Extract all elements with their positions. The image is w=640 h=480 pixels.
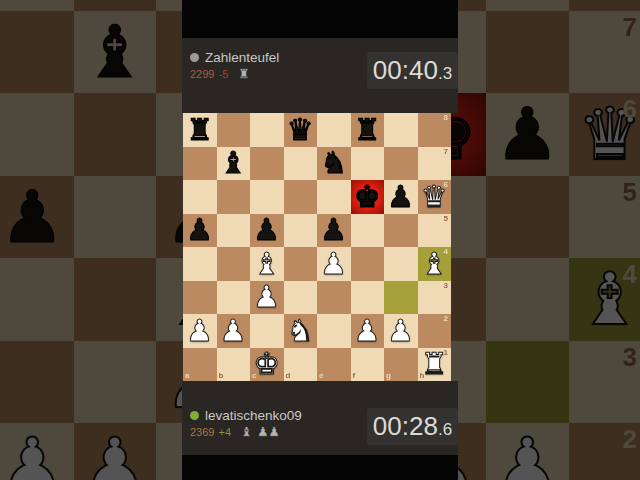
square-c6[interactable] [250,180,284,214]
bg-black-pawn: ♟ [0,181,65,253]
file-label-g: g [386,372,391,380]
square-a6[interactable] [183,180,217,214]
bg-square-a3 [0,341,74,424]
top-clock: 00:40.3 [367,52,458,89]
square-a8[interactable]: ♜ [183,113,217,147]
square-e6[interactable] [317,180,351,214]
square-d6[interactable] [284,180,318,214]
square-a3[interactable] [183,281,217,315]
black-knight: ♞ [320,148,347,178]
bg-square-a6 [0,93,74,176]
file-label-c: c [252,372,256,380]
game-column: Zahlenteufel 2299 -5 ♜ 00:40.3 ♜♛♜8♝♞7♚♟… [182,0,458,480]
square-a2[interactable]: ♟ [183,314,217,348]
captured-pieces: ♝♟♟ [241,426,280,439]
white-pawn: ♟ [387,316,414,346]
chess-app: ♜♛♜8♝♞7♚♟♛6♟♟♟5♝♟♝4♟3♟♟♞♟♟2ab♚cdefg♜1h Z… [0,0,640,480]
square-g6[interactable]: ♟ [384,180,418,214]
bg-black-bishop: ♝ [82,16,147,88]
black-king: ♚ [354,182,381,212]
player-name[interactable]: levatischenko09 [205,408,302,423]
black-pawn: ♟ [320,215,347,245]
rank-label-6: 6 [444,181,448,189]
square-b8[interactable] [217,113,251,147]
bg-square-b4 [74,258,157,341]
rank-label-1: 1 [444,349,448,357]
square-f8[interactable]: ♜ [351,113,385,147]
black-pawn: ♟ [186,215,213,245]
bottom-player-panel: levatischenko09 2369 +4 ♝♟♟ 00:28.6 [182,381,458,455]
square-a7[interactable] [183,147,217,181]
square-g5[interactable] [384,214,418,248]
bg-square-h4: ♝4 [569,258,640,341]
player-name[interactable]: Zahlenteufel [205,50,279,65]
square-b3[interactable] [217,281,251,315]
white-bishop: ♝ [253,249,280,279]
square-h6[interactable]: ♛6 [418,180,452,214]
rank-label-4: 4 [444,248,448,256]
bg-square-g3 [486,341,569,424]
square-c8[interactable] [250,113,284,147]
bg-square-b5 [74,176,157,259]
square-f1[interactable]: f [351,348,385,382]
square-b4[interactable] [217,247,251,281]
square-f6[interactable]: ♚ [351,180,385,214]
bg-white-pawn: ♟ [0,428,65,480]
black-pawn: ♟ [387,182,414,212]
chess-board[interactable]: ♜♛♜8♝♞7♚♟♛6♟♟♟5♝♟♝4♟3♟♟♞♟♟2ab♚cdefg♜1h [183,113,451,381]
white-pawn: ♟ [186,316,213,346]
square-b2[interactable]: ♟ [217,314,251,348]
captured-pawn-icon: ♟ [257,426,268,439]
square-e4[interactable]: ♟ [317,247,351,281]
white-pawn: ♟ [220,316,247,346]
square-c1[interactable]: ♚c [250,348,284,382]
square-f7[interactable] [351,147,385,181]
bottom-clock: 00:28.6 [367,408,458,445]
white-pawn: ♟ [354,316,381,346]
rating-delta: +4 [218,426,231,438]
clock-time: 00:40 [373,55,438,86]
bg-square-b3 [74,341,157,424]
square-f2[interactable]: ♟ [351,314,385,348]
bg-square-g4 [486,258,569,341]
bg-square-g2: ♟ [486,423,569,480]
white-king: ♚ [253,349,280,379]
square-f3[interactable] [351,281,385,315]
bg-square-a4 [0,258,74,341]
black-bishop: ♝ [220,148,247,178]
square-g7[interactable] [384,147,418,181]
square-c5[interactable]: ♟ [250,214,284,248]
square-d5[interactable] [284,214,318,248]
bg-square-a7 [0,11,74,94]
square-e1[interactable]: e [317,348,351,382]
bg-square-b7: ♝ [74,11,157,94]
bg-square-h2: 2 [569,423,640,480]
bg-square-b6 [74,93,157,176]
clock-tenths: .3 [438,64,452,84]
square-d1[interactable]: d [284,348,318,382]
rank-label-6: 6 [623,96,637,122]
square-d4[interactable] [284,247,318,281]
square-h8[interactable]: 8 [418,113,452,147]
bg-white-pawn: ♟ [82,428,147,480]
square-e8[interactable] [317,113,351,147]
square-d3[interactable] [284,281,318,315]
square-f4[interactable] [351,247,385,281]
rating-delta: -5 [218,68,228,80]
player-rating: 2369 [190,426,214,438]
bg-black-pawn: ♟ [495,98,560,170]
square-b5[interactable] [217,214,251,248]
clock-tenths: .6 [438,420,452,440]
bg-square-a2: ♟ [0,423,74,480]
square-h4[interactable]: ♝4 [418,247,452,281]
black-queen: ♛ [287,115,314,145]
file-label-f: f [353,372,356,380]
captured-rook-icon: ♜ [238,68,249,81]
black-rook: ♜ [354,115,381,145]
bg-square-a8: ♜ [0,0,74,11]
square-b1[interactable]: b [217,348,251,382]
bg-square-b2: ♟ [74,423,157,480]
bg-black-rook: ♜ [0,0,65,5]
square-f5[interactable] [351,214,385,248]
bg-square-h5: 5 [569,176,640,259]
rank-label-8: 8 [444,114,448,122]
file-label-d: d [286,372,291,380]
bg-square-h3: 3 [569,341,640,424]
rank-label-7: 7 [444,148,448,156]
bg-square-b8 [74,0,157,11]
rank-label-4: 4 [623,261,637,287]
top-black-bar [182,0,458,38]
square-d2[interactable]: ♞ [284,314,318,348]
square-e2[interactable] [317,314,351,348]
rank-label-2: 2 [623,426,637,452]
black-rook: ♜ [186,115,213,145]
player-rating: 2299 [190,68,214,80]
square-g1[interactable]: g [384,348,418,382]
player-status-dot [190,411,199,420]
bg-square-g8 [486,0,569,11]
rank-label-5: 5 [444,215,448,223]
rank-label-5: 5 [623,179,637,205]
square-g4[interactable] [384,247,418,281]
captured-pawn-icon: ♟ [268,426,279,439]
square-a5[interactable]: ♟ [183,214,217,248]
rank-label-3: 3 [623,344,637,370]
bg-white-pawn: ♟ [495,428,560,480]
captured-bishop-icon: ♝ [241,426,252,439]
bg-square-h8: 8 [569,0,640,11]
bg-square-g5 [486,176,569,259]
clock-time: 00:28 [373,411,438,442]
square-d7[interactable] [284,147,318,181]
square-c7[interactable] [250,147,284,181]
square-c3[interactable]: ♟ [250,281,284,315]
captured-pieces: ♜ [238,68,249,81]
square-a4[interactable] [183,247,217,281]
square-c2[interactable] [250,314,284,348]
square-g2[interactable]: ♟ [384,314,418,348]
square-h5[interactable]: 5 [418,214,452,248]
file-label-e: e [319,372,323,380]
square-b7[interactable]: ♝ [217,147,251,181]
rank-label-3: 3 [444,282,448,290]
square-h7[interactable]: 7 [418,147,452,181]
rank-label-2: 2 [444,315,448,323]
square-h3[interactable]: 3 [418,281,452,315]
player-status-dot [190,53,199,62]
file-label-b: b [219,372,224,380]
white-pawn: ♟ [320,249,347,279]
square-d8[interactable]: ♛ [284,113,318,147]
square-g8[interactable] [384,113,418,147]
rank-label-7: 7 [623,14,637,40]
square-e7[interactable]: ♞ [317,147,351,181]
square-a1[interactable]: a [183,348,217,382]
bg-square-h6: ♛6 [569,93,640,176]
square-h2[interactable]: 2 [418,314,452,348]
bg-square-h7: 7 [569,11,640,94]
bg-square-g6: ♟ [486,93,569,176]
file-label-a: a [185,372,189,380]
square-g3[interactable] [384,281,418,315]
bg-square-g7 [486,11,569,94]
black-pawn: ♟ [253,215,280,245]
square-c4[interactable]: ♝ [250,247,284,281]
square-b6[interactable] [217,180,251,214]
square-e3[interactable] [317,281,351,315]
bottom-black-bar [182,455,458,480]
top-player-panel: Zahlenteufel 2299 -5 ♜ 00:40.3 [182,38,458,113]
white-knight: ♞ [287,316,314,346]
white-pawn: ♟ [253,282,280,312]
square-h1[interactable]: ♜1h [418,348,452,382]
file-label-h: h [420,372,425,380]
bg-square-a5: ♟ [0,176,74,259]
square-e5[interactable]: ♟ [317,214,351,248]
